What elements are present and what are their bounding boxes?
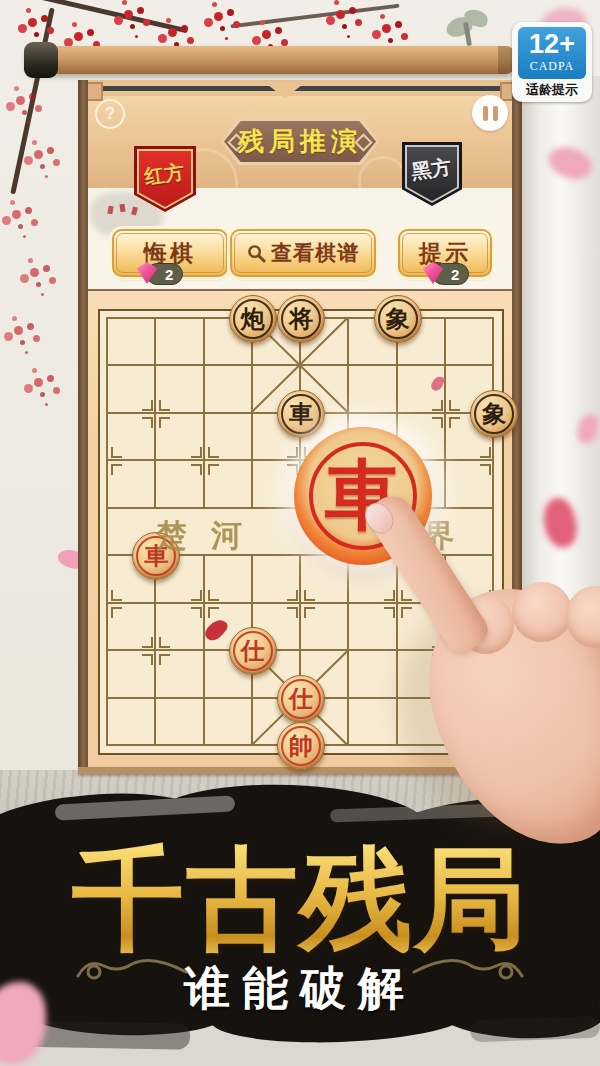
plum-blossoms bbox=[214, 12, 223, 21]
piece-black-将[interactable]: 将 bbox=[277, 295, 325, 343]
plum-blossoms bbox=[30, 268, 39, 277]
red-side-ribbon: 红方 bbox=[134, 146, 196, 212]
pause-button[interactable] bbox=[472, 95, 508, 131]
river-label-left: 楚河 bbox=[156, 515, 266, 557]
view-record-label: 查看棋谱 bbox=[271, 239, 359, 267]
seal-mark bbox=[119, 204, 125, 213]
cloud-flourish-right bbox=[406, 950, 526, 990]
plum-blossoms bbox=[12, 210, 21, 219]
age-rating-label: 适龄提示 bbox=[512, 81, 592, 99]
magnifier-icon bbox=[247, 244, 266, 263]
piece-red-仕[interactable]: 仕 bbox=[277, 675, 325, 723]
plum-blossoms bbox=[74, 32, 83, 41]
piece-red-仕[interactable]: 仕 bbox=[229, 627, 277, 675]
pause-icon bbox=[493, 106, 498, 121]
red-side-label: 红方 bbox=[130, 142, 201, 216]
scroll-rod bbox=[26, 46, 514, 74]
scroll-rod-cap bbox=[24, 42, 58, 78]
scroll-top-notch bbox=[268, 85, 302, 98]
plum-blossoms bbox=[34, 378, 43, 387]
cloud-flourish-left bbox=[74, 950, 194, 990]
plum-blossoms bbox=[336, 10, 345, 19]
game-screen: 12+ CADPA 适龄提示 ? 残局推演 红方 bbox=[0, 0, 600, 1066]
plum-blossoms bbox=[16, 96, 25, 105]
undo-count: 2 bbox=[165, 266, 173, 283]
undo-count-badge: 2 bbox=[146, 263, 183, 285]
hint-count: 2 bbox=[451, 266, 459, 283]
age-rating-value: 12+ bbox=[518, 29, 586, 59]
piece-black-象[interactable]: 象 bbox=[374, 295, 422, 343]
plum-blossoms bbox=[382, 24, 391, 33]
title-banner: 残局推演 bbox=[221, 118, 379, 165]
knuckle bbox=[512, 582, 572, 642]
age-rating-badge: 12+ CADPA 适龄提示 bbox=[512, 22, 592, 102]
piece-black-象[interactable]: 象 bbox=[470, 390, 518, 438]
black-side-ribbon: 黑方 bbox=[402, 142, 462, 206]
black-side-label: 黑方 bbox=[398, 138, 466, 210]
plum-blossoms bbox=[168, 28, 177, 37]
help-button[interactable]: ? bbox=[95, 99, 125, 129]
plum-blossoms bbox=[262, 30, 271, 39]
age-rating-org: CADPA bbox=[518, 59, 586, 74]
plum-blossoms bbox=[124, 10, 133, 19]
piece-black-炮[interactable]: 炮 bbox=[229, 295, 277, 343]
hint-count-badge: 2 bbox=[432, 263, 469, 285]
age-rating-panel: 12+ CADPA bbox=[518, 27, 586, 79]
page-title: 残局推演 bbox=[221, 118, 379, 165]
plum-blossoms bbox=[14, 326, 23, 335]
piece-red-帥[interactable]: 帥 bbox=[277, 722, 325, 770]
piece-black-車[interactable]: 車 bbox=[277, 390, 325, 438]
plum-blossoms bbox=[28, 18, 37, 27]
plum-blossoms bbox=[34, 150, 43, 159]
scroll-left-edge bbox=[78, 80, 88, 772]
view-record-button[interactable]: 查看棋谱 bbox=[230, 229, 376, 277]
slogan-headline: 千古残局 bbox=[20, 842, 580, 960]
pause-icon bbox=[483, 106, 488, 121]
